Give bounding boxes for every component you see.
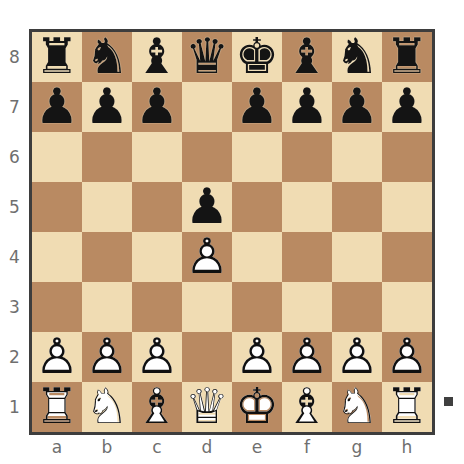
black-king[interactable]: ♚ (232, 32, 282, 82)
file-label-a: a (32, 434, 82, 460)
piece-glyph: ♟︎ (332, 82, 382, 132)
piece-glyph: ♟︎ (132, 82, 182, 132)
black-knight[interactable]: ♞ (82, 32, 132, 82)
white-bishop[interactable]: ♝♗ (282, 382, 332, 432)
file-label-c: c (132, 434, 182, 460)
square-h7[interactable]: ♟︎ (382, 82, 432, 132)
piece-glyph: ♜ (382, 32, 432, 82)
rank-label-2: 2 (0, 332, 29, 382)
square-f1[interactable]: ♝♗ (282, 382, 332, 432)
piece-outline-glyph: ♙ (282, 332, 332, 382)
piece-outline-glyph: ♔ (232, 382, 282, 432)
square-f5[interactable] (282, 182, 332, 232)
white-rook[interactable]: ♜♖ (32, 382, 82, 432)
square-h1[interactable]: ♜♖ (382, 382, 432, 432)
square-g3[interactable] (332, 282, 382, 332)
square-a6[interactable] (32, 132, 82, 182)
square-c1[interactable]: ♝♗ (132, 382, 182, 432)
square-b8[interactable]: ♞ (82, 32, 132, 82)
square-a5[interactable] (32, 182, 82, 232)
square-d1[interactable]: ♛♕ (182, 382, 232, 432)
white-pawn[interactable]: ♟︎♙ (182, 232, 232, 282)
square-f3[interactable] (282, 282, 332, 332)
piece-outline-glyph: ♗ (282, 382, 332, 432)
rank-labels: 87654321 (0, 32, 29, 432)
square-g7[interactable]: ♟︎ (332, 82, 382, 132)
piece-glyph: ♞ (82, 32, 132, 82)
piece-glyph: ♟︎ (282, 82, 332, 132)
square-e4[interactable] (232, 232, 282, 282)
file-label-e: e (232, 434, 282, 460)
rank-label-3: 3 (0, 282, 29, 332)
file-label-h: h (382, 434, 432, 460)
piece-outline-glyph: ♖ (32, 382, 82, 432)
square-h6[interactable] (382, 132, 432, 182)
file-label-f: f (282, 434, 332, 460)
square-g6[interactable] (332, 132, 382, 182)
black-pawn[interactable]: ♟︎ (132, 82, 182, 132)
square-c5[interactable] (132, 182, 182, 232)
square-b3[interactable] (82, 282, 132, 332)
square-d8[interactable]: ♛ (182, 32, 232, 82)
piece-outline-glyph: ♗ (132, 382, 182, 432)
square-g2[interactable]: ♟︎♙ (332, 332, 382, 382)
piece-outline-glyph: ♖ (382, 382, 432, 432)
white-pawn[interactable]: ♟︎♙ (132, 332, 182, 382)
white-pawn[interactable]: ♟︎♙ (32, 332, 82, 382)
piece-outline-glyph: ♙ (382, 332, 432, 382)
piece-glyph: ♚ (232, 32, 282, 82)
square-h8[interactable]: ♜ (382, 32, 432, 82)
square-h2[interactable]: ♟︎♙ (382, 332, 432, 382)
black-rook[interactable]: ♜ (382, 32, 432, 82)
square-h3[interactable] (382, 282, 432, 332)
square-a4[interactable] (32, 232, 82, 282)
square-e1[interactable]: ♚♔ (232, 382, 282, 432)
rank-label-4: 4 (0, 232, 29, 282)
black-pawn[interactable]: ♟︎ (382, 82, 432, 132)
black-bishop[interactable]: ♝ (132, 32, 182, 82)
square-f4[interactable] (282, 232, 332, 282)
piece-outline-glyph: ♙ (232, 332, 282, 382)
black-pawn[interactable]: ♟︎ (182, 182, 232, 232)
square-g4[interactable] (332, 232, 382, 282)
piece-glyph: ♜ (32, 32, 82, 82)
white-pawn[interactable]: ♟︎♙ (282, 332, 332, 382)
piece-outline-glyph: ♙ (182, 232, 232, 282)
rank-label-7: 7 (0, 82, 29, 132)
chess-board-frame: ♜♞♝♛♚♝♞♜♟︎♟︎♟︎♟︎♟︎♟︎♟︎♟︎♟︎♙♟︎♙♟︎♙♟︎♙♟︎♙♟… (29, 29, 435, 435)
white-knight[interactable]: ♞♘ (82, 382, 132, 432)
piece-outline-glyph: ♘ (332, 382, 382, 432)
square-a1[interactable]: ♜♖ (32, 382, 82, 432)
white-queen[interactable]: ♛♕ (182, 382, 232, 432)
square-e2[interactable]: ♟︎♙ (232, 332, 282, 382)
black-knight[interactable]: ♞ (332, 32, 382, 82)
black-rook[interactable]: ♜ (32, 32, 82, 82)
white-rook[interactable]: ♜♖ (382, 382, 432, 432)
piece-glyph: ♟︎ (382, 82, 432, 132)
black-pawn[interactable]: ♟︎ (282, 82, 332, 132)
piece-glyph: ♝ (282, 32, 332, 82)
black-pawn[interactable]: ♟︎ (82, 82, 132, 132)
square-c7[interactable]: ♟︎ (132, 82, 182, 132)
piece-glyph: ♝ (132, 32, 182, 82)
piece-glyph: ♟︎ (182, 182, 232, 232)
square-d5[interactable]: ♟︎ (182, 182, 232, 232)
square-b1[interactable]: ♞♘ (82, 382, 132, 432)
square-b2[interactable]: ♟︎♙ (82, 332, 132, 382)
black-pawn[interactable]: ♟︎ (232, 82, 282, 132)
white-pawn[interactable]: ♟︎♙ (382, 332, 432, 382)
rank-label-5: 5 (0, 182, 29, 232)
piece-outline-glyph: ♙ (332, 332, 382, 382)
square-a8[interactable]: ♜ (32, 32, 82, 82)
square-f6[interactable] (282, 132, 332, 182)
piece-outline-glyph: ♙ (82, 332, 132, 382)
piece-glyph: ♟︎ (232, 82, 282, 132)
white-pawn[interactable]: ♟︎♙ (82, 332, 132, 382)
square-e8[interactable]: ♚ (232, 32, 282, 82)
square-c6[interactable] (132, 132, 182, 182)
square-b6[interactable] (82, 132, 132, 182)
white-king[interactable]: ♚♔ (232, 382, 282, 432)
file-label-g: g (332, 434, 382, 460)
square-e6[interactable] (232, 132, 282, 182)
piece-glyph: ♟︎ (82, 82, 132, 132)
square-b7[interactable]: ♟︎ (82, 82, 132, 132)
rank-label-8: 8 (0, 32, 29, 82)
square-a7[interactable]: ♟︎ (32, 82, 82, 132)
piece-outline-glyph: ♘ (82, 382, 132, 432)
white-knight[interactable]: ♞♘ (332, 382, 382, 432)
white-bishop[interactable]: ♝♗ (132, 382, 182, 432)
square-h5[interactable] (382, 182, 432, 232)
chess-board: ♜♞♝♛♚♝♞♜♟︎♟︎♟︎♟︎♟︎♟︎♟︎♟︎♟︎♙♟︎♙♟︎♙♟︎♙♟︎♙♟… (32, 32, 432, 432)
piece-outline-glyph: ♙ (132, 332, 182, 382)
rank-label-6: 6 (0, 132, 29, 182)
square-h4[interactable] (382, 232, 432, 282)
black-pawn[interactable]: ♟︎ (32, 82, 82, 132)
black-pawn[interactable]: ♟︎ (332, 82, 382, 132)
rank-label-1: 1 (0, 382, 29, 432)
square-e7[interactable]: ♟︎ (232, 82, 282, 132)
file-label-b: b (82, 434, 132, 460)
black-queen[interactable]: ♛ (182, 32, 232, 82)
square-d2[interactable] (182, 332, 232, 382)
square-d7[interactable] (182, 82, 232, 132)
piece-glyph: ♞ (332, 32, 382, 82)
square-f2[interactable]: ♟︎♙ (282, 332, 332, 382)
square-c2[interactable]: ♟︎♙ (132, 332, 182, 382)
piece-outline-glyph: ♙ (32, 332, 82, 382)
file-label-d: d (182, 434, 232, 460)
square-c3[interactable] (132, 282, 182, 332)
square-d6[interactable] (182, 132, 232, 182)
square-f7[interactable]: ♟︎ (282, 82, 332, 132)
square-c4[interactable] (132, 232, 182, 282)
square-g8[interactable]: ♞ (332, 32, 382, 82)
piece-glyph: ♟︎ (32, 82, 82, 132)
square-c8[interactable]: ♝ (132, 32, 182, 82)
black-bishop[interactable]: ♝ (282, 32, 332, 82)
white-pawn[interactable]: ♟︎♙ (332, 332, 382, 382)
square-b4[interactable] (82, 232, 132, 282)
file-labels: abcdefgh (32, 434, 432, 460)
square-d4[interactable]: ♟︎♙ (182, 232, 232, 282)
square-g5[interactable] (332, 182, 382, 232)
square-e5[interactable] (232, 182, 282, 232)
square-g1[interactable]: ♞♘ (332, 382, 382, 432)
square-f8[interactable]: ♝ (282, 32, 332, 82)
piece-outline-glyph: ♕ (182, 382, 232, 432)
square-d3[interactable] (182, 282, 232, 332)
white-pawn[interactable]: ♟︎♙ (232, 332, 282, 382)
square-a3[interactable] (32, 282, 82, 332)
square-b5[interactable] (82, 182, 132, 232)
piece-glyph: ♛ (182, 32, 232, 82)
square-a2[interactable]: ♟︎♙ (32, 332, 82, 382)
side-to-move-indicator (444, 397, 453, 406)
square-e3[interactable] (232, 282, 282, 332)
